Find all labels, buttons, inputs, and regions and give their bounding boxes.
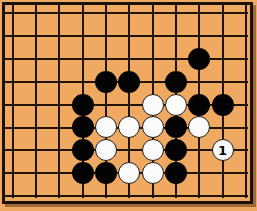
intersection [94, 2, 117, 25]
intersection [47, 70, 70, 93]
intersection [24, 162, 47, 185]
intersection [234, 70, 257, 93]
intersection [211, 162, 234, 185]
intersection [1, 185, 24, 208]
intersection [211, 70, 234, 93]
intersection [141, 70, 164, 93]
intersection [24, 139, 47, 162]
move-number-label: 1 [218, 144, 227, 157]
intersection [94, 162, 117, 185]
intersection [24, 2, 47, 25]
intersection [118, 2, 141, 25]
intersection [47, 162, 70, 185]
intersection [164, 116, 187, 139]
intersection [164, 93, 187, 116]
intersection [94, 24, 117, 47]
intersection [47, 185, 70, 208]
black-stone [95, 71, 117, 93]
intersection [94, 70, 117, 93]
intersection [71, 139, 94, 162]
black-stone [165, 116, 187, 138]
black-stone [165, 162, 187, 184]
board-grid: 1 [1, 2, 257, 208]
intersection [164, 24, 187, 47]
intersection [141, 24, 164, 47]
intersection [71, 162, 94, 185]
intersection [118, 139, 141, 162]
intersection [71, 70, 94, 93]
white-stone [142, 139, 164, 161]
white-stone-move-1: 1 [212, 139, 234, 161]
intersection [118, 47, 141, 70]
intersection [118, 162, 141, 185]
intersection [47, 24, 70, 47]
intersection [188, 2, 211, 25]
intersection [164, 2, 187, 25]
intersection [141, 47, 164, 70]
intersection [47, 2, 70, 25]
intersection [24, 47, 47, 70]
intersection [118, 93, 141, 116]
intersection [1, 139, 24, 162]
intersection [118, 70, 141, 93]
intersection [1, 47, 24, 70]
intersection [234, 139, 257, 162]
black-stone [212, 94, 234, 116]
intersection [188, 47, 211, 70]
intersection [141, 185, 164, 208]
intersection [1, 162, 24, 185]
intersection: 1 [211, 139, 234, 162]
intersection [164, 162, 187, 185]
intersection [211, 93, 234, 116]
black-stone [165, 139, 187, 161]
intersection [71, 2, 94, 25]
intersection [94, 139, 117, 162]
intersection [24, 93, 47, 116]
white-stone [118, 162, 140, 184]
intersection [188, 162, 211, 185]
white-stone [142, 162, 164, 184]
intersection [47, 47, 70, 70]
intersection [24, 70, 47, 93]
white-stone [118, 116, 140, 138]
intersection [234, 24, 257, 47]
intersection [141, 139, 164, 162]
intersection [211, 185, 234, 208]
white-stone [188, 116, 210, 138]
intersection [234, 116, 257, 139]
intersection [141, 2, 164, 25]
intersection [94, 185, 117, 208]
intersection [1, 24, 24, 47]
intersection [1, 2, 24, 25]
intersection [1, 93, 24, 116]
intersection [1, 70, 24, 93]
black-stone [72, 139, 94, 161]
intersection [141, 162, 164, 185]
intersection [94, 116, 117, 139]
black-stone [188, 94, 210, 116]
white-stone [95, 139, 117, 161]
intersection [164, 47, 187, 70]
intersection [94, 47, 117, 70]
intersection [94, 93, 117, 116]
intersection [234, 47, 257, 70]
intersection [118, 24, 141, 47]
white-stone [142, 116, 164, 138]
black-stone [188, 48, 210, 70]
intersection [234, 162, 257, 185]
intersection [24, 24, 47, 47]
intersection [71, 116, 94, 139]
intersection [24, 116, 47, 139]
intersection [211, 24, 234, 47]
intersection [188, 70, 211, 93]
intersection [47, 116, 70, 139]
intersection [211, 2, 234, 25]
intersection [211, 116, 234, 139]
black-stone [72, 94, 94, 116]
intersection [47, 93, 70, 116]
intersection [164, 139, 187, 162]
intersection [234, 185, 257, 208]
intersection [141, 116, 164, 139]
intersection [71, 47, 94, 70]
black-stone [72, 116, 94, 138]
intersection [234, 2, 257, 25]
intersection [188, 185, 211, 208]
white-stone [95, 116, 117, 138]
intersection [118, 185, 141, 208]
intersection [71, 185, 94, 208]
go-diagram: 1 [0, 0, 257, 211]
intersection [24, 185, 47, 208]
intersection [188, 24, 211, 47]
intersection [188, 93, 211, 116]
white-stone [142, 94, 164, 116]
intersection [1, 116, 24, 139]
intersection [71, 24, 94, 47]
intersection [71, 93, 94, 116]
intersection [118, 116, 141, 139]
black-stone [118, 71, 140, 93]
intersection [211, 47, 234, 70]
intersection [47, 139, 70, 162]
intersection [188, 139, 211, 162]
black-stone [72, 162, 94, 184]
intersection [164, 185, 187, 208]
intersection [188, 116, 211, 139]
black-stone [165, 71, 187, 93]
intersection [234, 93, 257, 116]
white-stone [165, 94, 187, 116]
intersection [141, 93, 164, 116]
intersection [164, 70, 187, 93]
black-stone [95, 162, 117, 184]
